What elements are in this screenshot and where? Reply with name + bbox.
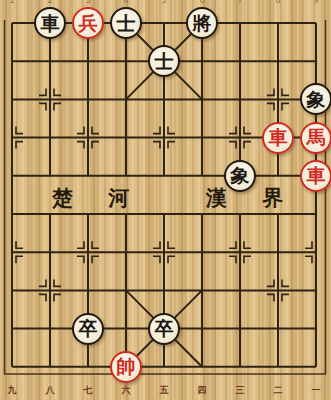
- board-point[interactable]: [297, 42, 331, 80]
- piece-red-general[interactable]: 帥: [110, 351, 142, 383]
- board-point[interactable]: [69, 233, 107, 271]
- board-point[interactable]: 車: [31, 4, 69, 42]
- piece-black-advisor[interactable]: 士: [148, 45, 180, 77]
- board-point[interactable]: [31, 310, 69, 348]
- board-point[interactable]: 馬: [297, 119, 331, 157]
- board-point[interactable]: [259, 310, 297, 348]
- board-point[interactable]: [259, 271, 297, 309]
- board-point[interactable]: [107, 195, 145, 233]
- board-point[interactable]: [0, 157, 31, 195]
- board-point[interactable]: [69, 157, 107, 195]
- board-point[interactable]: [69, 348, 107, 386]
- board-point[interactable]: [0, 4, 31, 42]
- board-point[interactable]: [297, 233, 331, 271]
- board-point[interactable]: 卒: [145, 310, 183, 348]
- bottom-file-label: 六: [119, 384, 133, 397]
- board-point[interactable]: 兵: [69, 4, 107, 42]
- board-point[interactable]: [69, 271, 107, 309]
- board-point[interactable]: 象: [297, 80, 331, 118]
- board-point[interactable]: [31, 233, 69, 271]
- board-point[interactable]: [31, 348, 69, 386]
- bottom-file-label: 四: [195, 384, 209, 397]
- board-point[interactable]: [145, 233, 183, 271]
- bottom-file-label: 七: [81, 384, 95, 397]
- board-point[interactable]: [31, 42, 69, 80]
- board-point[interactable]: 士: [145, 42, 183, 80]
- board-point[interactable]: [221, 42, 259, 80]
- board-point[interactable]: [69, 42, 107, 80]
- board-point[interactable]: [69, 119, 107, 157]
- board-point[interactable]: 車: [259, 119, 297, 157]
- board-point[interactable]: [183, 233, 221, 271]
- bottom-file-label: 九: [5, 384, 19, 397]
- xiangqi-board: 楚 河 漢 界 車兵士將士象車馬象車卒卒帥 123456789 九八七六五四三二…: [0, 0, 331, 400]
- board-point[interactable]: [183, 310, 221, 348]
- board-point[interactable]: [0, 348, 31, 386]
- board-point[interactable]: [297, 348, 331, 386]
- board-point[interactable]: [69, 195, 107, 233]
- board-point[interactable]: 士: [107, 4, 145, 42]
- board-point[interactable]: 將: [183, 4, 221, 42]
- board-point[interactable]: [107, 119, 145, 157]
- piece-black-elephant[interactable]: 象: [300, 83, 331, 115]
- board-point[interactable]: [107, 310, 145, 348]
- board-point[interactable]: [0, 195, 31, 233]
- board-point[interactable]: [31, 195, 69, 233]
- piece-black-advisor[interactable]: 士: [110, 7, 142, 39]
- board-point[interactable]: [145, 119, 183, 157]
- board-point[interactable]: [221, 4, 259, 42]
- board-point[interactable]: [297, 310, 331, 348]
- bottom-file-label: 八: [43, 384, 57, 397]
- board-point[interactable]: [0, 310, 31, 348]
- pieces-grid: 車兵士將士象車馬象車卒卒帥: [0, 4, 331, 386]
- board-point[interactable]: [31, 271, 69, 309]
- board-point[interactable]: [221, 271, 259, 309]
- board-point[interactable]: [183, 195, 221, 233]
- piece-black-elephant[interactable]: 象: [224, 160, 256, 192]
- board-point[interactable]: [297, 271, 331, 309]
- board-point[interactable]: [0, 119, 31, 157]
- board-point[interactable]: [107, 271, 145, 309]
- board-point[interactable]: [221, 233, 259, 271]
- board-point[interactable]: [221, 195, 259, 233]
- piece-red-chariot[interactable]: 車: [262, 122, 294, 154]
- board-point[interactable]: [145, 271, 183, 309]
- piece-black-soldier[interactable]: 卒: [148, 313, 180, 345]
- piece-red-horse[interactable]: 馬: [300, 122, 331, 154]
- bottom-file-label: 一: [309, 384, 323, 397]
- piece-black-chariot[interactable]: 車: [34, 7, 66, 39]
- board-point[interactable]: [221, 119, 259, 157]
- board-point[interactable]: 象: [221, 157, 259, 195]
- board-point[interactable]: 帥: [107, 348, 145, 386]
- board-point[interactable]: [107, 80, 145, 118]
- board-point[interactable]: [31, 80, 69, 118]
- board-point[interactable]: [183, 80, 221, 118]
- board-point[interactable]: [69, 80, 107, 118]
- bottom-file-label: 三: [233, 384, 247, 397]
- board-point[interactable]: [297, 195, 331, 233]
- board-point[interactable]: [259, 42, 297, 80]
- bottom-file-label: 二: [271, 384, 285, 397]
- board-point[interactable]: [145, 348, 183, 386]
- piece-black-general[interactable]: 將: [186, 7, 218, 39]
- board-point[interactable]: [259, 348, 297, 386]
- board-point[interactable]: [107, 42, 145, 80]
- board-point[interactable]: [0, 233, 31, 271]
- board-point[interactable]: [183, 348, 221, 386]
- board-point[interactable]: [259, 4, 297, 42]
- board-point[interactable]: [221, 80, 259, 118]
- board-point[interactable]: [0, 42, 31, 80]
- piece-red-soldier[interactable]: 兵: [72, 7, 104, 39]
- board-point[interactable]: [107, 157, 145, 195]
- board-point[interactable]: [183, 271, 221, 309]
- piece-black-soldier[interactable]: 卒: [72, 313, 104, 345]
- board-point[interactable]: [259, 80, 297, 118]
- board-point[interactable]: [183, 157, 221, 195]
- board-point[interactable]: [145, 4, 183, 42]
- board-point[interactable]: [297, 4, 331, 42]
- board-point[interactable]: [221, 348, 259, 386]
- bottom-file-label: 五: [157, 384, 171, 397]
- board-point[interactable]: [183, 119, 221, 157]
- board-point[interactable]: 卒: [69, 310, 107, 348]
- piece-red-chariot[interactable]: 車: [300, 160, 331, 192]
- board-point[interactable]: [145, 157, 183, 195]
- board-point[interactable]: [107, 233, 145, 271]
- board-point[interactable]: [0, 271, 31, 309]
- board-point[interactable]: [0, 80, 31, 118]
- board-point[interactable]: [145, 195, 183, 233]
- board-point[interactable]: 車: [297, 157, 331, 195]
- board-point[interactable]: [31, 119, 69, 157]
- board-point[interactable]: [31, 157, 69, 195]
- board-point[interactable]: [259, 233, 297, 271]
- board-point[interactable]: [183, 42, 221, 80]
- board-point[interactable]: [259, 195, 297, 233]
- board-point[interactable]: [145, 80, 183, 118]
- board-point[interactable]: [221, 310, 259, 348]
- board-point[interactable]: [259, 157, 297, 195]
